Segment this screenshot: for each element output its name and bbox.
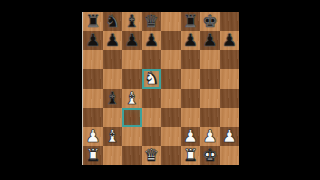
square-h7[interactable]: ♟ [220, 31, 240, 50]
square-c5[interactable] [122, 69, 142, 88]
square-d7[interactable]: ♟ [142, 31, 162, 50]
square-h8[interactable] [220, 12, 240, 31]
square-c1[interactable] [122, 146, 142, 165]
piece-black-pawn[interactable]: ♟ [183, 32, 198, 49]
piece-white-bishop[interactable]: ♝ [124, 89, 139, 106]
piece-black-pawn[interactable]: ♟ [124, 32, 139, 49]
square-b2[interactable]: ♝ [103, 127, 123, 146]
piece-black-pawn[interactable]: ♟ [105, 32, 120, 49]
square-e6[interactable] [161, 50, 181, 69]
piece-black-bishop[interactable]: ♝ [124, 13, 139, 30]
square-g4[interactable] [200, 89, 220, 108]
square-c2[interactable] [122, 127, 142, 146]
square-e7[interactable] [161, 31, 181, 50]
square-h5[interactable] [220, 69, 240, 88]
piece-black-rook[interactable]: ♜ [85, 13, 100, 30]
square-d5[interactable]: ♞ [142, 69, 162, 88]
square-e2[interactable] [161, 127, 181, 146]
chess-app-screen: ♜♞♝♛♜♚♟♟♟♟♟♟♟♞♝♝♟♝♟♟♟♜♛♜♚ [0, 0, 320, 180]
square-a4[interactable] [83, 89, 103, 108]
square-f4[interactable] [181, 89, 201, 108]
square-b6[interactable] [103, 50, 123, 69]
square-e4[interactable] [161, 89, 181, 108]
piece-black-bishop[interactable]: ♝ [105, 89, 120, 106]
square-c6[interactable] [122, 50, 142, 69]
square-e3[interactable] [161, 108, 181, 127]
square-b7[interactable]: ♟ [103, 31, 123, 50]
square-a7[interactable]: ♟ [83, 31, 103, 50]
piece-white-pawn[interactable]: ♟ [183, 127, 198, 144]
square-d4[interactable] [142, 89, 162, 108]
square-a2[interactable]: ♟ [83, 127, 103, 146]
piece-white-pawn[interactable]: ♟ [85, 127, 100, 144]
piece-white-knight[interactable]: ♞ [144, 70, 159, 87]
square-g7[interactable]: ♟ [200, 31, 220, 50]
square-c8[interactable]: ♝ [122, 12, 142, 31]
piece-black-queen[interactable]: ♛ [144, 13, 159, 30]
square-g2[interactable]: ♟ [200, 127, 220, 146]
square-c3[interactable] [122, 108, 142, 127]
piece-white-queen[interactable]: ♛ [144, 146, 159, 163]
square-g6[interactable] [200, 50, 220, 69]
square-f2[interactable]: ♟ [181, 127, 201, 146]
piece-white-rook[interactable]: ♜ [183, 146, 198, 163]
piece-black-pawn[interactable]: ♟ [144, 32, 159, 49]
piece-white-king[interactable]: ♚ [202, 146, 217, 163]
square-b4[interactable]: ♝ [103, 89, 123, 108]
square-e1[interactable] [161, 146, 181, 165]
piece-white-pawn[interactable]: ♟ [222, 127, 237, 144]
square-g3[interactable] [200, 108, 220, 127]
square-h1[interactable] [220, 146, 240, 165]
square-d3[interactable] [142, 108, 162, 127]
piece-white-bishop[interactable]: ♝ [105, 127, 120, 144]
square-a5[interactable] [83, 69, 103, 88]
square-b5[interactable] [103, 69, 123, 88]
piece-black-knight[interactable]: ♞ [105, 13, 120, 30]
piece-black-rook[interactable]: ♜ [183, 13, 198, 30]
square-d6[interactable] [142, 50, 162, 69]
chess-board: ♜♞♝♛♜♚♟♟♟♟♟♟♟♞♝♝♟♝♟♟♟♜♛♜♚ [82, 12, 239, 165]
square-f5[interactable] [181, 69, 201, 88]
square-g1[interactable]: ♚ [200, 146, 220, 165]
square-b1[interactable] [103, 146, 123, 165]
square-g8[interactable]: ♚ [200, 12, 220, 31]
square-c7[interactable]: ♟ [122, 31, 142, 50]
piece-black-king[interactable]: ♚ [202, 13, 217, 30]
square-e5[interactable] [161, 69, 181, 88]
square-h3[interactable] [220, 108, 240, 127]
piece-white-pawn[interactable]: ♟ [202, 127, 217, 144]
square-b8[interactable]: ♞ [103, 12, 123, 31]
square-f6[interactable] [181, 50, 201, 69]
square-d1[interactable]: ♛ [142, 146, 162, 165]
square-e8[interactable] [161, 12, 181, 31]
square-h4[interactable] [220, 89, 240, 108]
square-f3[interactable] [181, 108, 201, 127]
square-c4[interactable]: ♝ [122, 89, 142, 108]
square-a3[interactable] [83, 108, 103, 127]
piece-black-pawn[interactable]: ♟ [85, 32, 100, 49]
square-g5[interactable] [200, 69, 220, 88]
square-f1[interactable]: ♜ [181, 146, 201, 165]
piece-white-rook[interactable]: ♜ [85, 146, 100, 163]
piece-black-pawn[interactable]: ♟ [202, 32, 217, 49]
square-h2[interactable]: ♟ [220, 127, 240, 146]
square-a6[interactable] [83, 50, 103, 69]
square-f8[interactable]: ♜ [181, 12, 201, 31]
square-d8[interactable]: ♛ [142, 12, 162, 31]
square-d2[interactable] [142, 127, 162, 146]
piece-black-pawn[interactable]: ♟ [222, 32, 237, 49]
square-f7[interactable]: ♟ [181, 31, 201, 50]
square-b3[interactable] [103, 108, 123, 127]
square-h6[interactable] [220, 50, 240, 69]
square-a1[interactable]: ♜ [83, 146, 103, 165]
square-a8[interactable]: ♜ [83, 12, 103, 31]
